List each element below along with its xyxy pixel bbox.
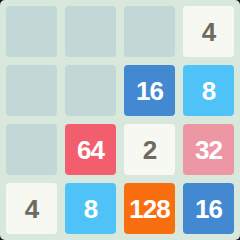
board-grid[interactable]: 4168642324812816 [0, 0, 240, 240]
empty-cell-r1c1 [6, 6, 57, 57]
empty-cell-r2c1 [6, 65, 57, 116]
tile-2-r3c3: 2 [124, 124, 175, 175]
tile-8-r4c2: 8 [65, 183, 116, 234]
tile-16-r4c4: 16 [183, 183, 234, 234]
tile-32-r3c4: 32 [183, 124, 234, 175]
empty-cell-r1c2 [65, 6, 116, 57]
tile-64-r3c2: 64 [65, 124, 116, 175]
empty-cell-r1c3 [124, 6, 175, 57]
tile-4-r4c1: 4 [6, 183, 57, 234]
tile-128-r4c3: 128 [124, 183, 175, 234]
tile-8-r2c4: 8 [183, 65, 234, 116]
empty-cell-r2c2 [65, 65, 116, 116]
tile-16-r2c3: 16 [124, 65, 175, 116]
tile-4-r1c4: 4 [183, 6, 234, 57]
game-screen: 4168642324812816 [0, 0, 240, 240]
empty-cell-r3c1 [6, 124, 57, 175]
